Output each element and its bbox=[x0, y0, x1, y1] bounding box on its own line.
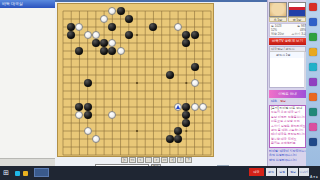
black-stone bbox=[166, 135, 174, 143]
taskbar-app-button[interactable] bbox=[34, 168, 49, 177]
live-broadcast-banner[interactable]: 바둑TV 생중계 보기 bbox=[269, 38, 306, 45]
system-message-line: 백번 입장하였습니다 bbox=[269, 158, 306, 162]
purple-app-icon[interactable] bbox=[309, 78, 317, 86]
go-board[interactable] bbox=[57, 3, 214, 157]
nav-button[interactable]: < bbox=[137, 157, 144, 163]
room-list[interactable]: 대국정보 / 관전자 관전자 1명 bbox=[269, 46, 306, 88]
last-move-marker bbox=[176, 105, 180, 109]
taskbar-game-button[interactable]: 대국 bbox=[249, 168, 264, 176]
white-stone bbox=[92, 135, 100, 143]
background-window-title: 바둑 대국실 bbox=[2, 1, 23, 6]
black-stone bbox=[125, 15, 133, 23]
taskbar-panel-button[interactable]: 설정 bbox=[277, 168, 287, 176]
green-app-icon[interactable] bbox=[309, 33, 317, 41]
taskbar-panel-button[interactable]: 정보 bbox=[288, 168, 298, 176]
start-button[interactable]: ⊞ bbox=[3, 169, 11, 177]
cyan-app-icon[interactable] bbox=[309, 63, 317, 71]
white-stone bbox=[84, 127, 92, 135]
black-player-name: 흑 5단 bbox=[269, 17, 287, 22]
black-stone bbox=[166, 71, 174, 79]
red-app-icon[interactable] bbox=[309, 3, 317, 11]
tab-info[interactable]: 정보 bbox=[280, 99, 286, 104]
black-stone bbox=[191, 31, 199, 39]
nav-button[interactable]: # bbox=[177, 157, 184, 163]
nav-button[interactable]: << bbox=[129, 157, 136, 163]
event-banner[interactable]: 이벤트 안내 bbox=[269, 90, 306, 98]
game-window: |<<<<□>>>>|#? 전송 bbox=[55, 0, 267, 166]
pink-app-icon[interactable] bbox=[309, 123, 317, 131]
nav-button[interactable]: |< bbox=[121, 157, 128, 163]
white-stone bbox=[84, 31, 92, 39]
teal-app-icon[interactable] bbox=[309, 108, 317, 116]
taskbar-icon[interactable] bbox=[15, 171, 20, 176]
black-stone bbox=[84, 111, 92, 119]
white-stone bbox=[191, 79, 199, 87]
black-stone bbox=[117, 7, 125, 15]
system-tray[interactable]: A ▾ ● bbox=[310, 175, 318, 179]
notice-chat-box[interactable]: [공지] 타이젬 바둑 안내오늘의 추천 대국 보기승단 이벤트 진행중입니다바… bbox=[269, 105, 306, 148]
taskbar-panel-button[interactable]: 관전 bbox=[266, 168, 276, 176]
move-nav-buttons: |<<<<□>>>>|#? bbox=[121, 157, 193, 163]
nav-button[interactable]: > bbox=[153, 157, 160, 163]
black-player-avatar bbox=[269, 2, 287, 17]
navy-app-icon[interactable] bbox=[309, 138, 317, 146]
nav-button[interactable]: >| bbox=[169, 157, 176, 163]
desktop-icon-column bbox=[306, 0, 320, 166]
white-player-avatar bbox=[288, 2, 306, 17]
taskbar-icon[interactable] bbox=[23, 171, 28, 176]
black-stone bbox=[92, 39, 100, 47]
stat-row: 제한 20분초읽기 3회 bbox=[270, 32, 307, 36]
background-window-titlebar[interactable]: 바둑 대국실 bbox=[0, 0, 55, 8]
system-message-block: 타이젬: 대국이 시작되었습니다흑번 입장하였습니다백번 입장하였습니다 bbox=[269, 149, 306, 163]
desktop-screen: { "game": "go (baduk), 19x19 — Korean Ty… bbox=[0, 0, 320, 180]
white-stone bbox=[92, 31, 100, 39]
white-stone bbox=[117, 47, 125, 55]
right-panel: 흑 5단 백 5단 승 1023승 98752%48%제한 20분초읽기 3회 … bbox=[267, 0, 306, 166]
white-stone bbox=[191, 103, 199, 111]
room-list-row[interactable]: 관전자 1명 bbox=[270, 52, 305, 58]
tab-chat[interactable]: 대화 bbox=[271, 99, 277, 104]
orange-app-icon[interactable] bbox=[309, 93, 317, 101]
taskbar-panel-button[interactable]: 나가기 bbox=[299, 168, 309, 176]
nav-button[interactable]: □ bbox=[145, 157, 152, 163]
background-window[interactable]: 바둑 대국실 bbox=[0, 0, 56, 166]
black-stone bbox=[191, 63, 199, 71]
nav-button[interactable]: >> bbox=[161, 157, 168, 163]
black-stone bbox=[84, 103, 92, 111]
white-player-name: 백 5단 bbox=[288, 17, 306, 22]
yellow-app-icon[interactable] bbox=[309, 48, 317, 56]
notice-line: 문의는 고객센터로 bbox=[270, 141, 305, 145]
player-stats: 승 1023승 98752%48%제한 20분초읽기 3회 bbox=[269, 23, 306, 37]
black-stone bbox=[125, 31, 133, 39]
white-stone bbox=[199, 103, 207, 111]
black-stone bbox=[84, 79, 92, 87]
blue-app-icon[interactable] bbox=[309, 18, 317, 26]
taskbar: ⊞ 대국 관전설정정보나가기 A ▾ ● bbox=[0, 166, 320, 180]
panel-tabs: 대화 정보 bbox=[269, 99, 306, 104]
nav-button[interactable]: ? bbox=[185, 157, 192, 163]
